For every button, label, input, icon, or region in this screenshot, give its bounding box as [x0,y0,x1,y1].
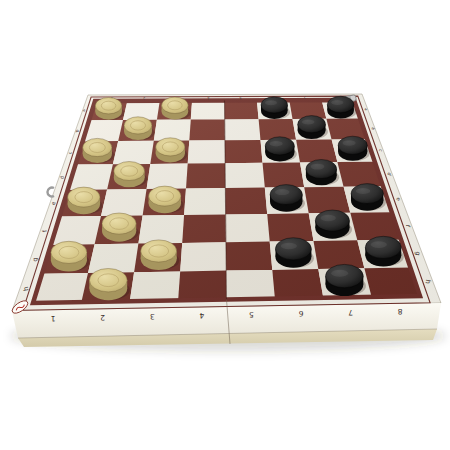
black-piece-r5c6[interactable] [270,185,305,212]
black-piece-r7c8[interactable] [365,236,404,266]
checkers-product-photo: 1234567812345678abcdefghabcdefgh [0,0,450,450]
white-piece-r4c2[interactable] [114,162,147,188]
white-piece-r8c2[interactable] [89,269,129,301]
clasp-left-middle[interactable] [47,188,54,197]
top-label-4: 4 [207,96,209,100]
white-piece-r7c1[interactable] [51,241,90,271]
white-piece-r6c2[interactable] [102,213,139,242]
bottom-label-7: 7 [348,308,353,317]
bottom-label-2: 2 [100,313,105,322]
top-label-5: 5 [239,96,241,100]
bottom-label-3: 3 [150,312,155,321]
board-svg: 1234567812345678abcdefghabcdefgh [0,0,450,450]
black-piece-r5c8[interactable] [351,184,386,211]
white-piece-r3c1[interactable] [83,138,115,163]
bottom-label-1: 1 [50,314,55,323]
black-piece-r3c8[interactable] [338,136,370,161]
top-label-2: 2 [143,96,145,100]
black-piece-r6c7[interactable] [315,210,352,239]
black-piece-r8c7[interactable] [326,264,366,296]
black-piece-r2c7[interactable] [298,116,328,140]
white-piece-r2c2[interactable] [124,117,154,141]
white-piece-r5c3[interactable] [149,186,184,213]
bottom-label-4: 4 [199,311,204,320]
black-piece-r3c6[interactable] [265,137,297,162]
bottom-label-6: 6 [298,309,303,318]
white-piece-r5c1[interactable] [68,187,103,214]
black-piece-r7c6[interactable] [275,238,314,268]
bottom-label-5: 5 [249,310,254,319]
bottom-label-8: 8 [398,307,403,316]
white-piece-r7c3[interactable] [141,240,180,270]
black-piece-r4c7[interactable] [306,160,339,186]
top-label-7: 7 [304,95,306,99]
white-piece-r3c3[interactable] [156,138,188,163]
